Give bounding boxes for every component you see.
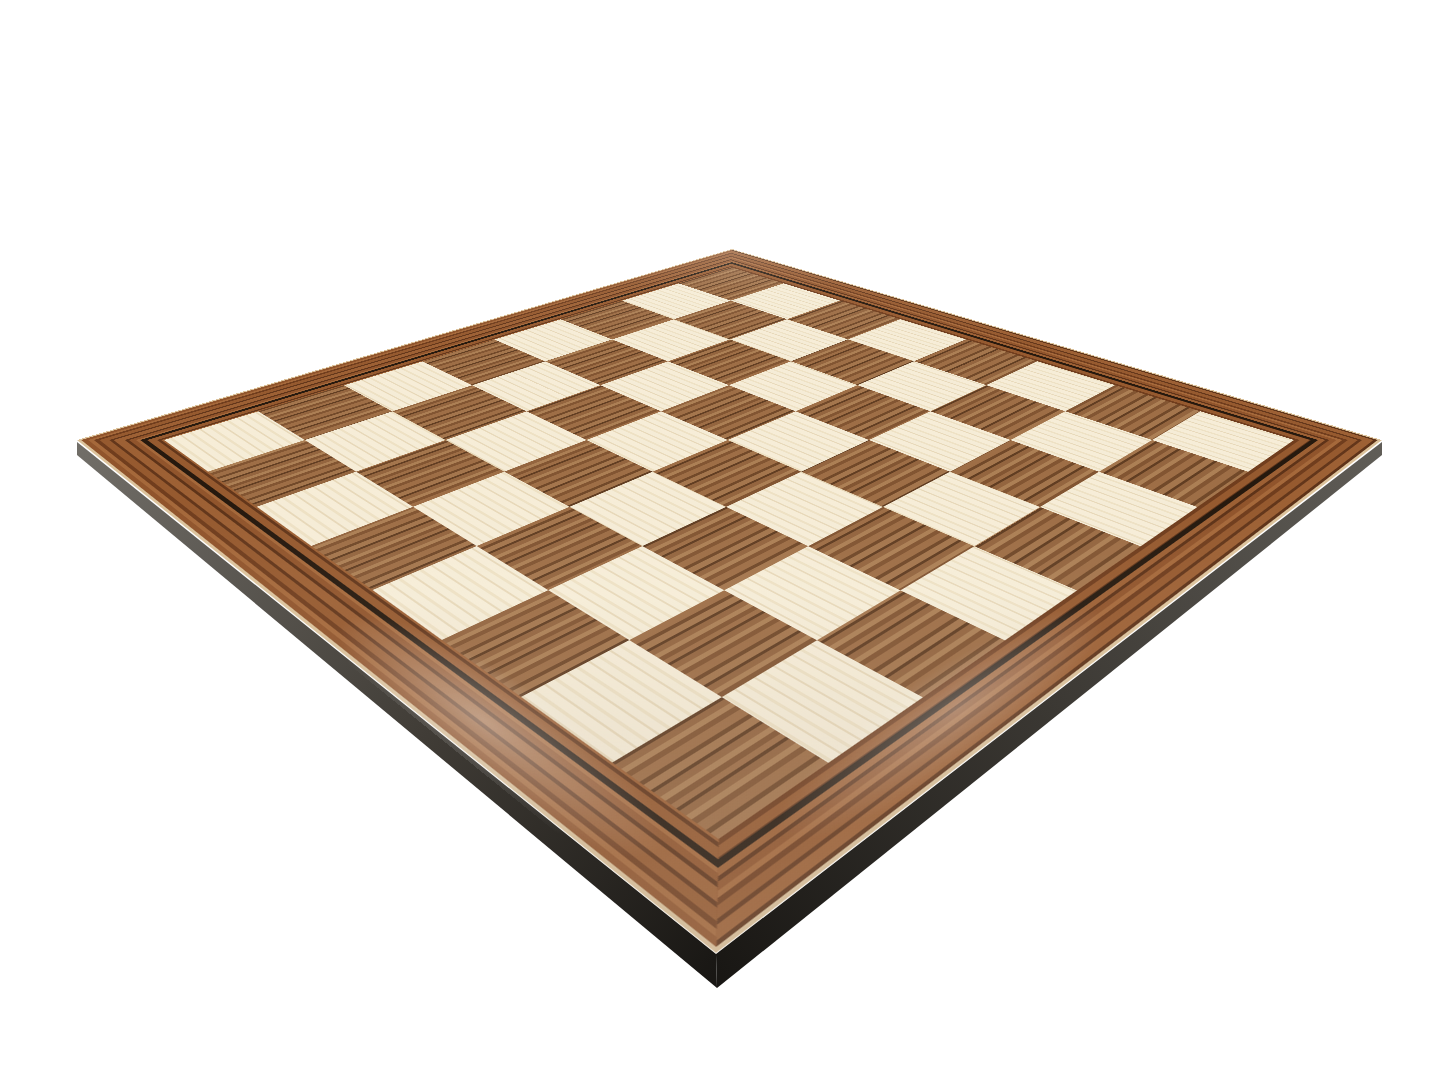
chess-board-photo [0, 0, 1445, 1085]
